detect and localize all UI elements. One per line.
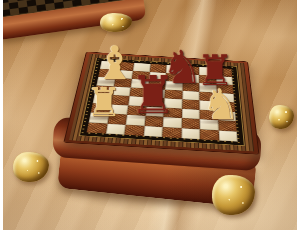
brass-foot-icon-back-right <box>269 105 294 129</box>
square-e1 <box>162 127 181 138</box>
square-f1 <box>181 128 200 139</box>
square-b1 <box>105 123 125 134</box>
board-grid <box>87 61 238 142</box>
square-c1 <box>124 125 144 136</box>
board-mosaic-ring <box>69 54 254 152</box>
board-inlay-band <box>79 58 245 146</box>
photo-frame: ♝♜♜♞♜♞ <box>0 0 300 234</box>
chess-set-photo: ♝♜♜♞♜♞ <box>3 0 297 230</box>
square-a1 <box>87 122 108 133</box>
square-g1 <box>200 129 219 140</box>
square-d1 <box>143 126 163 137</box>
board-frame <box>64 52 258 154</box>
square-h1 <box>218 130 237 142</box>
chess-board <box>69 57 265 157</box>
board-perspective-wrapper <box>64 52 258 154</box>
